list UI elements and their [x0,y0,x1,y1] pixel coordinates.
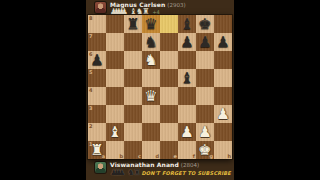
square-d1[interactable]: d [142,141,160,159]
square-b7[interactable] [106,33,124,51]
square-d5[interactable] [142,69,160,87]
top-player-rating: (2903) [167,2,185,8]
bottom-player-info: Viswanathan Anand (2804) [110,161,199,168]
square-c3[interactable] [124,105,142,123]
rank-coordinate-3: 3 [89,105,92,111]
square-a8[interactable]: 8 [88,15,106,33]
subscribe-caption: DON'T FORGET TO SUBSCRIBE [141,170,231,176]
square-c8[interactable]: ♜ [124,15,142,33]
square-f4[interactable] [178,87,196,105]
piece-white-rook[interactable]: ♜ [88,141,106,159]
captured-pawns: ♟♟♟♟ [110,168,125,177]
file-coordinate-e: e [174,153,177,159]
square-b6[interactable] [106,51,124,69]
square-b4[interactable] [106,87,124,105]
material-advantage-badge: +4 [152,9,159,15]
rank-coordinate-7: 7 [89,33,92,39]
square-h7[interactable]: ♟ [214,33,232,51]
bottom-captured-tray: ♟♟♟♟♞♜ [110,169,141,177]
file-coordinate-b: b [119,153,123,159]
square-b8[interactable] [106,15,124,33]
rank-coordinate-2: 2 [89,123,92,129]
square-f6[interactable] [178,51,196,69]
piece-white-queen[interactable]: ♛ [142,87,160,105]
square-e3[interactable] [160,105,178,123]
piece-white-pawn[interactable]: ♟ [196,123,214,141]
square-b3[interactable] [106,105,124,123]
square-e5[interactable] [160,69,178,87]
piece-black-bishop[interactable]: ♝ [178,15,196,33]
square-b1[interactable]: b [106,141,124,159]
piece-black-rook[interactable]: ♜ [124,15,142,33]
square-d3[interactable] [142,105,160,123]
piece-white-pawn[interactable]: ♟ [178,123,196,141]
file-coordinate-c: c [138,153,141,159]
piece-black-pawn[interactable]: ♟ [88,51,106,69]
square-h3[interactable]: ♟ [214,105,232,123]
piece-black-pawn[interactable]: ♟ [214,33,232,51]
chess-board[interactable]: 8♜♛♝♚7♞♟♟♟6♟♞5♝4♛3♟2♝♟♟1a♜bcdefg♚h [88,15,232,159]
square-d2[interactable] [142,123,160,141]
square-h6[interactable] [214,51,232,69]
piece-black-pawn[interactable]: ♟ [196,33,214,51]
square-f8[interactable]: ♝ [178,15,196,33]
square-f5[interactable]: ♝ [178,69,196,87]
piece-white-king[interactable]: ♚ [196,141,214,159]
square-h5[interactable] [214,69,232,87]
square-e1[interactable]: e [160,141,178,159]
square-h4[interactable] [214,87,232,105]
captured-black-pieces: ♟♟♟♟♞♜ [110,169,141,177]
square-e8[interactable] [160,15,178,33]
bottom-player-avatar [95,162,106,173]
square-h1[interactable]: h [214,141,232,159]
square-a7[interactable]: 7 [88,33,106,51]
square-g4[interactable] [196,87,214,105]
square-c5[interactable] [124,69,142,87]
file-coordinate-f: f [193,153,195,159]
piece-black-bishop[interactable]: ♝ [178,69,196,87]
square-g6[interactable] [196,51,214,69]
square-g7[interactable]: ♟ [196,33,214,51]
square-f7[interactable]: ♟ [178,33,196,51]
top-player-avatar [95,2,106,13]
square-a6[interactable]: 6♟ [88,51,106,69]
square-e7[interactable] [160,33,178,51]
bottom-player-name: Viswanathan Anand [110,161,179,168]
square-e4[interactable] [160,87,178,105]
square-d7[interactable]: ♞ [142,33,160,51]
square-a3[interactable]: 3 [88,105,106,123]
piece-white-knight[interactable]: ♞ [142,51,160,69]
video-frame: Magnus Carlsen (2903) ♟♟♟♟♟♝♞♜ +4 8♜♛♝♚7… [0,0,320,180]
square-b2[interactable]: ♝ [106,123,124,141]
square-g2[interactable]: ♟ [196,123,214,141]
square-g3[interactable] [196,105,214,123]
square-a4[interactable]: 4 [88,87,106,105]
piece-black-queen[interactable]: ♛ [142,15,160,33]
square-d4[interactable]: ♛ [142,87,160,105]
square-c7[interactable] [124,33,142,51]
square-d8[interactable]: ♛ [142,15,160,33]
piece-white-bishop[interactable]: ♝ [106,123,124,141]
square-a2[interactable]: 2 [88,123,106,141]
square-d6[interactable]: ♞ [142,51,160,69]
square-a5[interactable]: 5 [88,69,106,87]
piece-black-knight[interactable]: ♞ [142,33,160,51]
file-coordinate-h: h [227,153,231,159]
piece-black-pawn[interactable]: ♟ [178,33,196,51]
rank-coordinate-4: 4 [89,87,92,93]
square-a1[interactable]: 1a♜ [88,141,106,159]
square-c4[interactable] [124,87,142,105]
square-f1[interactable]: f [178,141,196,159]
piece-white-pawn[interactable]: ♟ [214,105,232,123]
square-g5[interactable] [196,69,214,87]
square-b5[interactable] [106,69,124,87]
square-c1[interactable]: c [124,141,142,159]
captured-minor-major-pieces: ♞♜ [125,168,140,177]
rank-coordinate-8: 8 [89,15,92,21]
piece-black-king[interactable]: ♚ [196,15,214,33]
video-content: Magnus Carlsen (2903) ♟♟♟♟♟♝♞♜ +4 8♜♛♝♚7… [86,0,234,180]
square-e2[interactable] [160,123,178,141]
square-f3[interactable] [178,105,196,123]
square-g8[interactable]: ♚ [196,15,214,33]
square-c2[interactable] [124,123,142,141]
square-c6[interactable] [124,51,142,69]
file-coordinate-d: d [155,153,159,159]
bottom-player-rating: (2804) [181,162,199,168]
square-h8[interactable] [214,15,232,33]
square-g1[interactable]: g♚ [196,141,214,159]
square-f2[interactable]: ♟ [178,123,196,141]
square-e6[interactable] [160,51,178,69]
square-h2[interactable] [214,123,232,141]
rank-coordinate-5: 5 [89,69,92,75]
